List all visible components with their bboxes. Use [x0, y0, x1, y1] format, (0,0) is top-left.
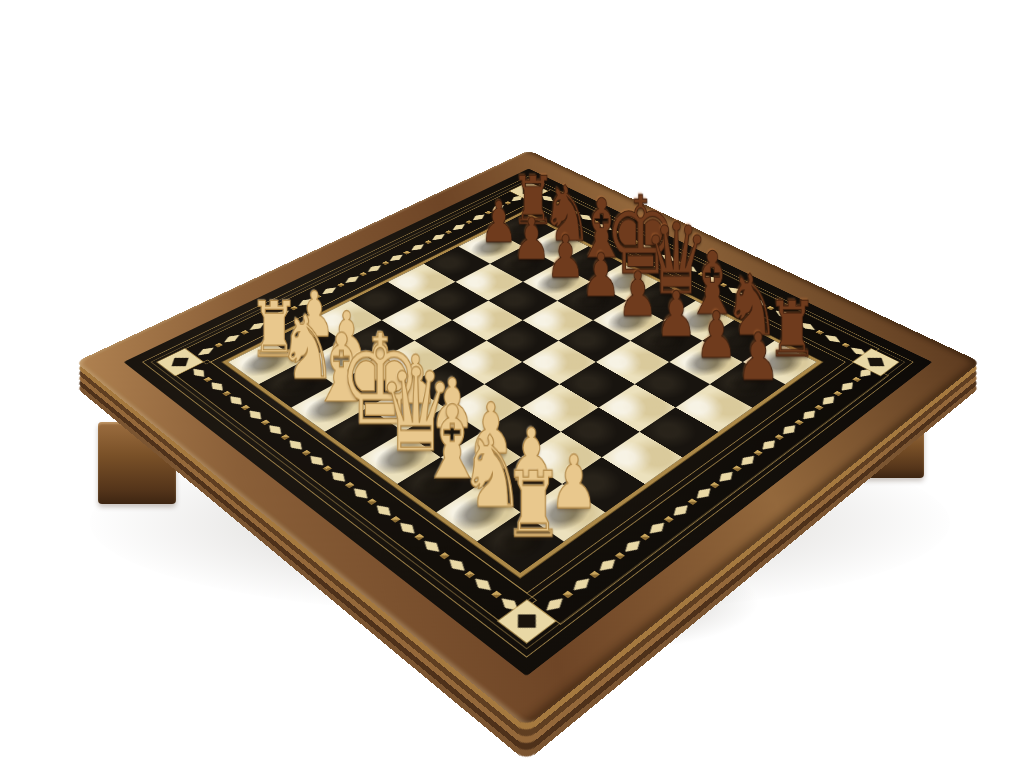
chess-board: ♜♟♟♜♞♟♟♞♝♟♟♝♚♟♟♚♛♟♟♛♝♟♟♝♞♟♟♞♜♟♟♜ — [75, 150, 980, 727]
inlay-checker-block — [281, 434, 290, 440]
inlay-diamond — [408, 242, 427, 252]
inlay-diamond — [429, 232, 448, 242]
inlay-checker-block — [814, 405, 823, 410]
inlay-checker-block — [439, 552, 449, 559]
inlay-diamond — [395, 520, 419, 537]
inlay-checker-block — [391, 516, 401, 523]
perspective-container: ♜♟♟♜♞♟♟♞♝♟♟♝♚♟♟♚♛♟♟♛♝♟♟♝♞♟♟♞♜♟♟♜ — [0, 0, 1024, 768]
inlay-checker-block — [834, 391, 843, 396]
chess-set-photo: ♜♟♟♜♞♟♟♞♝♟♟♝♚♟♟♚♛♟♟♛♝♟♟♝♞♟♟♞♜♟♟♜ — [0, 0, 1024, 768]
inlay-checker-block — [415, 534, 425, 541]
inlay-checker-block — [465, 571, 475, 578]
black-pawn: ♟ — [705, 324, 811, 390]
inlay-checker-block — [445, 230, 452, 234]
inlay-checker-block — [367, 499, 377, 506]
playing-field: ♜♟♟♜♞♟♟♞♝♟♟♝♚♟♟♚♛♟♟♛♝♟♟♝♞♟♟♞♜♟♟♜ — [223, 211, 823, 577]
inlay-checker-block — [241, 405, 250, 410]
inlay-checker-block — [424, 240, 431, 244]
inlay-diamond — [387, 253, 406, 263]
inlay-diamond — [349, 485, 372, 501]
inlay-checker-block — [589, 571, 599, 578]
inlay-diamond — [419, 538, 444, 556]
inlay-checker-block — [382, 261, 390, 265]
inlay-checker-block — [403, 251, 411, 255]
inlay-diamond — [470, 575, 496, 594]
inlay-diamond — [372, 502, 396, 519]
white-rook: ♜ — [472, 460, 595, 550]
square-a7: ♟ — [710, 362, 785, 408]
